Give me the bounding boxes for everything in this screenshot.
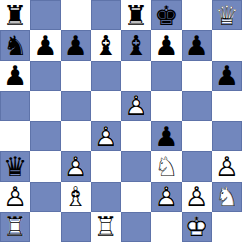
square-g2[interactable]: ♟♙: [182, 182, 212, 212]
piece-black-bishop-e7[interactable]: ♝: [121, 30, 151, 60]
square-a8[interactable]: ♜: [0, 0, 30, 30]
square-g4[interactable]: [182, 121, 212, 151]
square-c1[interactable]: [61, 212, 91, 242]
square-h4[interactable]: [212, 121, 242, 151]
black-piece-glyph: ♟: [30, 30, 60, 60]
white-piece-fill-glyph: ♞: [151, 151, 181, 181]
piece-black-pawn-f7[interactable]: ♟: [151, 30, 181, 60]
square-g5[interactable]: [182, 91, 212, 121]
square-d8[interactable]: [91, 0, 121, 30]
white-piece-outline-glyph: ♘: [212, 182, 242, 212]
square-b1[interactable]: [30, 212, 60, 242]
square-e6[interactable]: [121, 61, 151, 91]
piece-black-bishop-d7[interactable]: ♝: [91, 30, 121, 60]
square-e3[interactable]: [121, 151, 151, 181]
piece-white-pawn-c3[interactable]: ♟♙: [61, 151, 91, 181]
piece-white-pawn-d4[interactable]: ♟♙: [91, 121, 121, 151]
white-piece-outline-glyph: ♙: [0, 182, 30, 212]
white-piece-outline-glyph: ♖: [0, 212, 30, 242]
piece-black-king-f8[interactable]: ♚: [151, 0, 181, 30]
white-piece-fill-glyph: ♝: [61, 182, 91, 212]
piece-white-knight-f3[interactable]: ♞♘: [151, 151, 181, 181]
black-piece-glyph: ♟: [212, 61, 242, 91]
square-f3[interactable]: ♞♘: [151, 151, 181, 181]
piece-black-rook-e8[interactable]: ♜: [121, 0, 151, 30]
black-piece-glyph: ♚: [151, 0, 181, 30]
piece-white-rook-a1[interactable]: ♜♖: [0, 212, 30, 242]
black-piece-glyph: ♟: [151, 30, 181, 60]
square-g8[interactable]: [182, 0, 212, 30]
square-b3[interactable]: [30, 151, 60, 181]
piece-white-queen-h8[interactable]: ♛♕: [212, 0, 242, 30]
black-piece-glyph: ♛: [0, 151, 30, 181]
white-piece-fill-glyph: ♜: [91, 212, 121, 242]
piece-white-knight-h2[interactable]: ♞♘: [212, 182, 242, 212]
piece-black-rook-a8[interactable]: ♜: [0, 0, 30, 30]
piece-black-pawn-f4[interactable]: ♟: [151, 121, 181, 151]
square-e5[interactable]: ♟♙: [121, 91, 151, 121]
square-f7[interactable]: ♟: [151, 30, 181, 60]
piece-black-pawn-c7[interactable]: ♟: [61, 30, 91, 60]
black-piece-glyph: ♜: [121, 0, 151, 30]
square-c5[interactable]: [61, 91, 91, 121]
piece-white-pawn-h3[interactable]: ♟♙: [212, 151, 242, 181]
square-d5[interactable]: [91, 91, 121, 121]
square-d4[interactable]: ♟♙: [91, 121, 121, 151]
square-c8[interactable]: [61, 0, 91, 30]
black-piece-glyph: ♟: [182, 30, 212, 60]
square-b7[interactable]: ♟: [30, 30, 60, 60]
square-g6[interactable]: [182, 61, 212, 91]
square-c7[interactable]: ♟: [61, 30, 91, 60]
square-h3[interactable]: ♟♙: [212, 151, 242, 181]
white-piece-outline-glyph: ♕: [212, 0, 242, 30]
piece-white-bishop-c2[interactable]: ♝♗: [61, 182, 91, 212]
square-b8[interactable]: [30, 0, 60, 30]
square-h1[interactable]: [212, 212, 242, 242]
square-e4[interactable]: [121, 121, 151, 151]
square-a3[interactable]: ♛: [0, 151, 30, 181]
square-e7[interactable]: ♝: [121, 30, 151, 60]
square-b5[interactable]: [30, 91, 60, 121]
square-h7[interactable]: [212, 30, 242, 60]
white-piece-fill-glyph: ♟: [121, 91, 151, 121]
square-c3[interactable]: ♟♙: [61, 151, 91, 181]
piece-white-pawn-e5[interactable]: ♟♙: [121, 91, 151, 121]
square-g3[interactable]: [182, 151, 212, 181]
white-piece-outline-glyph: ♖: [91, 212, 121, 242]
white-piece-outline-glyph: ♔: [182, 212, 212, 242]
white-piece-outline-glyph: ♗: [61, 182, 91, 212]
square-f4[interactable]: ♟: [151, 121, 181, 151]
white-piece-outline-glyph: ♘: [151, 151, 181, 181]
white-piece-fill-glyph: ♜: [0, 212, 30, 242]
white-piece-fill-glyph: ♟: [91, 121, 121, 151]
white-piece-fill-glyph: ♛: [212, 0, 242, 30]
black-piece-glyph: ♝: [91, 30, 121, 60]
white-piece-outline-glyph: ♙: [182, 182, 212, 212]
square-e2[interactable]: [121, 182, 151, 212]
square-a5[interactable]: [0, 91, 30, 121]
square-c6[interactable]: [61, 61, 91, 91]
square-d6[interactable]: [91, 61, 121, 91]
piece-black-knight-a7[interactable]: ♞: [0, 30, 30, 60]
white-piece-outline-glyph: ♙: [121, 91, 151, 121]
black-piece-glyph: ♟: [151, 121, 181, 151]
square-c4[interactable]: [61, 121, 91, 151]
black-piece-glyph: ♜: [0, 0, 30, 30]
piece-white-king-g1[interactable]: ♚♔: [182, 212, 212, 242]
white-piece-outline-glyph: ♙: [151, 182, 181, 212]
white-piece-fill-glyph: ♟: [61, 151, 91, 181]
black-piece-glyph: ♝: [121, 30, 151, 60]
square-g7[interactable]: ♟: [182, 30, 212, 60]
square-d1[interactable]: ♜♖: [91, 212, 121, 242]
square-a6[interactable]: ♟: [0, 61, 30, 91]
square-f8[interactable]: ♚: [151, 0, 181, 30]
square-e1[interactable]: [121, 212, 151, 242]
square-a1[interactable]: ♜♖: [0, 212, 30, 242]
square-b2[interactable]: [30, 182, 60, 212]
white-piece-fill-glyph: ♟: [151, 182, 181, 212]
square-b6[interactable]: [30, 61, 60, 91]
square-b4[interactable]: [30, 121, 60, 151]
square-d3[interactable]: [91, 151, 121, 181]
square-h2[interactable]: ♞♘: [212, 182, 242, 212]
square-a4[interactable]: [0, 121, 30, 151]
white-piece-fill-glyph: ♚: [182, 212, 212, 242]
square-a2[interactable]: ♟♙: [0, 182, 30, 212]
black-piece-glyph: ♟: [61, 30, 91, 60]
white-piece-fill-glyph: ♟: [0, 182, 30, 212]
white-piece-outline-glyph: ♙: [91, 121, 121, 151]
square-c2[interactable]: ♝♗: [61, 182, 91, 212]
piece-black-pawn-h6[interactable]: ♟: [212, 61, 242, 91]
white-piece-fill-glyph: ♟: [182, 182, 212, 212]
piece-black-pawn-b7[interactable]: ♟: [30, 30, 60, 60]
square-h6[interactable]: ♟: [212, 61, 242, 91]
square-f1[interactable]: [151, 212, 181, 242]
square-f5[interactable]: [151, 91, 181, 121]
piece-white-pawn-f2[interactable]: ♟♙: [151, 182, 181, 212]
square-d2[interactable]: [91, 182, 121, 212]
black-piece-glyph: ♟: [0, 61, 30, 91]
piece-black-queen-a3[interactable]: ♛: [0, 151, 30, 181]
chess-board: ♜♜♚♛♕♞♟♟♝♝♟♟♟♟♟♙♟♙♟♛♟♙♞♘♟♙♟♙♝♗♟♙♟♙♞♘♜♖♜♖…: [0, 0, 242, 242]
square-f6[interactable]: [151, 61, 181, 91]
white-piece-fill-glyph: ♞: [212, 182, 242, 212]
square-g1[interactable]: ♚♔: [182, 212, 212, 242]
piece-black-pawn-a6[interactable]: ♟: [0, 61, 30, 91]
piece-white-pawn-a2[interactable]: ♟♙: [0, 182, 30, 212]
piece-white-rook-d1[interactable]: ♜♖: [91, 212, 121, 242]
white-piece-outline-glyph: ♙: [61, 151, 91, 181]
white-piece-outline-glyph: ♙: [212, 151, 242, 181]
square-e8[interactable]: ♜: [121, 0, 151, 30]
square-d7[interactable]: ♝: [91, 30, 121, 60]
square-f2[interactable]: ♟♙: [151, 182, 181, 212]
square-a7[interactable]: ♞: [0, 30, 30, 60]
piece-black-pawn-g7[interactable]: ♟: [182, 30, 212, 60]
white-piece-fill-glyph: ♟: [212, 151, 242, 181]
black-piece-glyph: ♞: [0, 30, 30, 60]
piece-white-pawn-g2[interactable]: ♟♙: [182, 182, 212, 212]
square-h8[interactable]: ♛♕: [212, 0, 242, 30]
square-h5[interactable]: [212, 91, 242, 121]
